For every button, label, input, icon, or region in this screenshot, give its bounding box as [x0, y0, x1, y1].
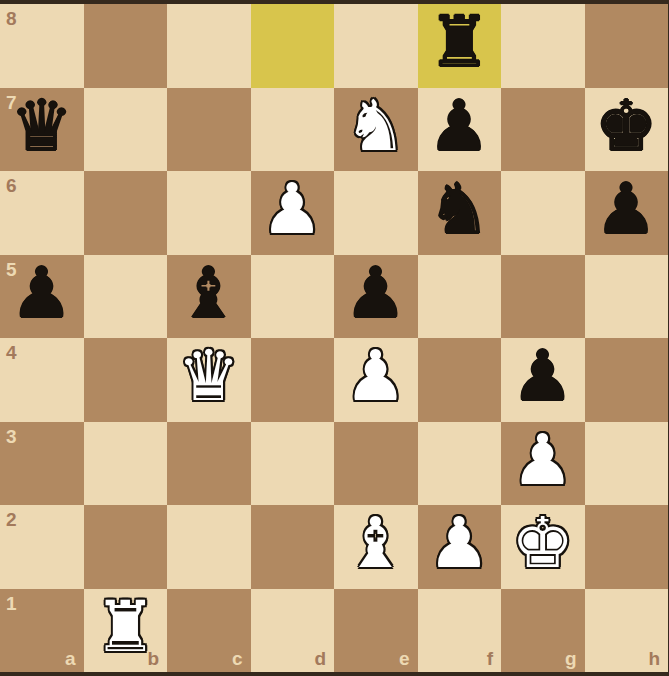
square-b7[interactable] [84, 88, 168, 172]
black-pawn[interactable]: ♟ [595, 168, 658, 252]
square-a5[interactable]: ♟5 [0, 255, 84, 339]
black-queen[interactable]: ♛ [10, 85, 73, 169]
white-pawn[interactable]: ♟ [261, 168, 324, 252]
file-label-h: h [648, 649, 660, 668]
square-g3[interactable]: ♟ [501, 422, 585, 506]
white-queen[interactable]: ♛ [177, 335, 240, 419]
rank-label-4: 4 [6, 343, 17, 362]
square-b4[interactable] [84, 338, 168, 422]
square-d7[interactable] [251, 88, 335, 172]
square-e2[interactable]: ♝ [334, 505, 418, 589]
square-c4[interactable]: ♛ [167, 338, 251, 422]
file-label-a: a [65, 649, 76, 668]
square-h7[interactable]: ♚ [585, 88, 669, 172]
square-f6[interactable]: ♞ [418, 171, 502, 255]
black-king[interactable]: ♚ [595, 85, 658, 169]
square-a7[interactable]: ♛7 [0, 88, 84, 172]
file-label-g: g [565, 649, 577, 668]
square-f4[interactable] [418, 338, 502, 422]
square-g5[interactable] [501, 255, 585, 339]
square-f3[interactable] [418, 422, 502, 506]
square-f8[interactable]: ♜ [418, 4, 502, 88]
square-b8[interactable] [84, 4, 168, 88]
square-g8[interactable] [501, 4, 585, 88]
square-h8[interactable] [585, 4, 669, 88]
square-f5[interactable] [418, 255, 502, 339]
square-d6[interactable]: ♟ [251, 171, 335, 255]
square-b1[interactable]: ♜b [84, 589, 168, 673]
black-knight[interactable]: ♞ [428, 168, 491, 252]
square-b5[interactable] [84, 255, 168, 339]
square-b3[interactable] [84, 422, 168, 506]
square-d1[interactable]: d [251, 589, 335, 673]
square-c1[interactable]: c [167, 589, 251, 673]
file-label-c: c [232, 649, 243, 668]
square-a8[interactable]: 8 [0, 4, 84, 88]
square-f7[interactable]: ♟ [418, 88, 502, 172]
white-bishop[interactable]: ♝ [344, 502, 407, 586]
square-e1[interactable]: e [334, 589, 418, 673]
black-pawn[interactable]: ♟ [511, 335, 574, 419]
rank-label-2: 2 [6, 510, 17, 529]
square-a4[interactable]: 4 [0, 338, 84, 422]
black-pawn[interactable]: ♟ [344, 252, 407, 336]
square-h3[interactable] [585, 422, 669, 506]
square-e8[interactable] [334, 4, 418, 88]
rank-label-8: 8 [6, 9, 17, 28]
square-g6[interactable] [501, 171, 585, 255]
white-pawn[interactable]: ♟ [344, 335, 407, 419]
rank-label-6: 6 [6, 176, 17, 195]
board-frame: 8♜♛7♞♟♚6♟♞♟♟5♝♟4♛♟♟3♟2♝♟♚1a♜bcdefgh [0, 0, 669, 676]
square-a1[interactable]: 1a [0, 589, 84, 673]
square-e3[interactable] [334, 422, 418, 506]
white-knight[interactable]: ♞ [344, 85, 407, 169]
white-rook[interactable]: ♜ [94, 586, 157, 670]
square-a6[interactable]: 6 [0, 171, 84, 255]
square-h2[interactable] [585, 505, 669, 589]
file-label-e: e [399, 649, 410, 668]
square-c2[interactable] [167, 505, 251, 589]
file-label-d: d [314, 649, 326, 668]
square-d2[interactable] [251, 505, 335, 589]
square-f2[interactable]: ♟ [418, 505, 502, 589]
square-h4[interactable] [585, 338, 669, 422]
white-pawn[interactable]: ♟ [511, 419, 574, 503]
square-b2[interactable] [84, 505, 168, 589]
white-king[interactable]: ♚ [511, 502, 574, 586]
square-d8[interactable] [251, 4, 335, 88]
square-d5[interactable] [251, 255, 335, 339]
square-f1[interactable]: f [418, 589, 502, 673]
square-a2[interactable]: 2 [0, 505, 84, 589]
square-d4[interactable] [251, 338, 335, 422]
square-g1[interactable]: g [501, 589, 585, 673]
square-c7[interactable] [167, 88, 251, 172]
square-d3[interactable] [251, 422, 335, 506]
square-h1[interactable]: h [585, 589, 669, 673]
square-c3[interactable] [167, 422, 251, 506]
square-b6[interactable] [84, 171, 168, 255]
square-c8[interactable] [167, 4, 251, 88]
board-border-bottom [0, 672, 669, 676]
square-e5[interactable]: ♟ [334, 255, 418, 339]
black-pawn[interactable]: ♟ [10, 252, 73, 336]
square-c6[interactable] [167, 171, 251, 255]
rank-label-1: 1 [6, 594, 17, 613]
square-e4[interactable]: ♟ [334, 338, 418, 422]
square-g4[interactable]: ♟ [501, 338, 585, 422]
square-e7[interactable]: ♞ [334, 88, 418, 172]
black-bishop[interactable]: ♝ [177, 252, 240, 336]
chess-board: 8♜♛7♞♟♚6♟♞♟♟5♝♟4♛♟♟3♟2♝♟♚1a♜bcdefgh [0, 4, 669, 672]
square-e6[interactable] [334, 171, 418, 255]
black-rook[interactable]: ♜ [428, 1, 491, 85]
square-a3[interactable]: 3 [0, 422, 84, 506]
square-h5[interactable] [585, 255, 669, 339]
black-pawn[interactable]: ♟ [428, 85, 491, 169]
square-c5[interactable]: ♝ [167, 255, 251, 339]
square-g7[interactable] [501, 88, 585, 172]
rank-label-3: 3 [6, 427, 17, 446]
white-pawn[interactable]: ♟ [428, 502, 491, 586]
file-label-f: f [487, 649, 493, 668]
square-h6[interactable]: ♟ [585, 171, 669, 255]
square-g2[interactable]: ♚ [501, 505, 585, 589]
